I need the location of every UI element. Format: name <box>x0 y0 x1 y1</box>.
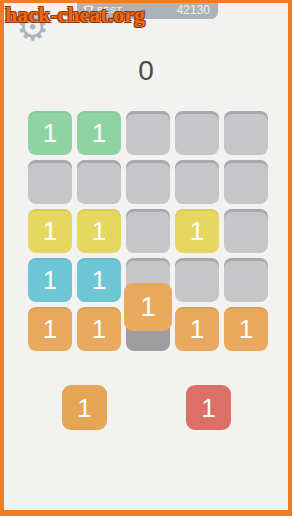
grid-cell[interactable] <box>175 160 219 204</box>
grid-cell[interactable]: 1 <box>28 307 72 351</box>
tile-value: 1 <box>92 316 106 342</box>
tile-value: 1 <box>201 395 215 421</box>
grid-cell[interactable] <box>175 111 219 155</box>
grid-cell[interactable]: 1 <box>28 111 72 155</box>
tray-tile-red[interactable]: 1 <box>186 385 231 430</box>
tile-value: 1 <box>92 218 106 244</box>
current-score: 0 <box>4 55 288 87</box>
grid-cell[interactable]: 1 <box>77 307 121 351</box>
grid-cell[interactable]: 1 <box>175 307 219 351</box>
grid-cell[interactable]: 1 <box>28 209 72 253</box>
tile-value: 1 <box>43 267 57 293</box>
grid-cell[interactable] <box>126 209 170 253</box>
app-screen: BEST 42130 hack-cheat.org ⚙ 0 1111111111… <box>0 0 292 516</box>
floating-tile[interactable]: 1 <box>124 283 172 331</box>
grid-cell[interactable] <box>224 209 268 253</box>
grid-cell[interactable] <box>126 111 170 155</box>
grid-cell[interactable] <box>77 160 121 204</box>
tile-value: 1 <box>92 120 106 146</box>
grid-cell[interactable] <box>224 111 268 155</box>
tile-value: 1 <box>43 316 57 342</box>
watermark: hack-cheat.org <box>5 2 145 28</box>
grid-cell[interactable]: 1 <box>175 209 219 253</box>
grid-cell[interactable]: 1 <box>224 307 268 351</box>
grid-cell[interactable] <box>224 258 268 302</box>
tile-value: 1 <box>77 395 91 421</box>
best-value: 42130 <box>177 3 210 17</box>
tile-value: 1 <box>92 267 106 293</box>
grid-cell[interactable] <box>28 160 72 204</box>
grid-cell[interactable] <box>175 258 219 302</box>
tray-tile-orange[interactable]: 1 <box>62 385 107 430</box>
grid-cell[interactable] <box>224 160 268 204</box>
grid-cell[interactable]: 1 <box>77 209 121 253</box>
tile-value: 1 <box>239 316 253 342</box>
tile-value: 1 <box>190 218 204 244</box>
grid-cell[interactable]: 1 <box>77 258 121 302</box>
tile-value: 1 <box>190 316 204 342</box>
grid-cell[interactable]: 1 <box>28 258 72 302</box>
grid-cell[interactable] <box>126 160 170 204</box>
grid-cell[interactable]: 1 <box>77 111 121 155</box>
tile-value: 1 <box>140 293 156 321</box>
tile-value: 1 <box>43 218 57 244</box>
tile-value: 1 <box>43 120 57 146</box>
